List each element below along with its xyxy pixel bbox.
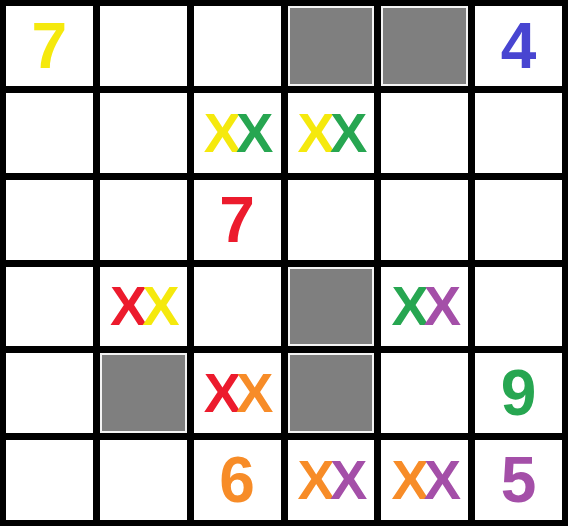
cell-r3c5[interactable] <box>381 180 468 260</box>
double-x-mark: XX <box>298 452 365 508</box>
double-x-mark: XX <box>298 105 365 161</box>
x-mark-first: X <box>110 274 144 337</box>
cell-r2c4[interactable]: XX <box>288 93 375 173</box>
x-mark-second: X <box>236 101 270 164</box>
x-mark-first: X <box>298 101 332 164</box>
cell-r3c2[interactable] <box>100 180 187 260</box>
cell-r1c3[interactable] <box>194 6 281 86</box>
x-mark-second: X <box>236 361 270 424</box>
clue-number: 9 <box>501 361 537 425</box>
cell-r6c5[interactable]: XX <box>381 440 468 520</box>
cell-r5c3[interactable]: XX <box>194 353 281 433</box>
cell-r4c1[interactable] <box>6 267 93 347</box>
cell-r2c5[interactable] <box>381 93 468 173</box>
x-mark-first: X <box>204 361 238 424</box>
cell-r6c2[interactable] <box>100 440 187 520</box>
cell-r1c1: 7 <box>6 6 93 86</box>
clue-number: 5 <box>501 448 537 512</box>
cell-r4c3[interactable] <box>194 267 281 347</box>
cell-r3c3: 7 <box>194 180 281 260</box>
x-mark-first: X <box>391 274 425 337</box>
cell-r2c1[interactable] <box>6 93 93 173</box>
x-mark-second: X <box>142 274 176 337</box>
blocked-cell-r1c5 <box>381 6 468 86</box>
clue-number: 7 <box>32 14 68 78</box>
cell-r6c4[interactable]: XX <box>288 440 375 520</box>
cell-r3c1[interactable] <box>6 180 93 260</box>
x-mark-second: X <box>424 448 458 511</box>
double-x-mark: XX <box>204 105 271 161</box>
cell-r3c4[interactable] <box>288 180 375 260</box>
x-mark-first: X <box>391 448 425 511</box>
cell-r6c6: 5 <box>475 440 562 520</box>
cell-r2c3[interactable]: XX <box>194 93 281 173</box>
cell-r5c5[interactable] <box>381 353 468 433</box>
x-mark-first: X <box>204 101 238 164</box>
cell-r4c5[interactable]: XX <box>381 267 468 347</box>
cell-r5c6: 9 <box>475 353 562 433</box>
double-x-mark: XX <box>391 452 458 508</box>
blocked-cell-r4c4 <box>288 267 375 347</box>
blocked-cell-r5c2 <box>100 353 187 433</box>
puzzle-board: 74XXXX7XXXXXX96XXXX5 <box>0 0 568 526</box>
cell-r3c6[interactable] <box>475 180 562 260</box>
cell-r1c6: 4 <box>475 6 562 86</box>
cell-r2c2[interactable] <box>100 93 187 173</box>
blocked-cell-r5c4 <box>288 353 375 433</box>
double-x-mark: XX <box>110 278 177 334</box>
cell-r1c2[interactable] <box>100 6 187 86</box>
cell-r5c1[interactable] <box>6 353 93 433</box>
cell-r4c2[interactable]: XX <box>100 267 187 347</box>
clue-number: 7 <box>219 188 255 252</box>
cell-r2c6[interactable] <box>475 93 562 173</box>
blocked-cell-r1c4 <box>288 6 375 86</box>
x-mark-second: X <box>330 101 364 164</box>
double-x-mark: XX <box>391 278 458 334</box>
cell-r4c6[interactable] <box>475 267 562 347</box>
clue-number: 4 <box>501 14 537 78</box>
x-mark-first: X <box>298 448 332 511</box>
cell-r6c3: 6 <box>194 440 281 520</box>
clue-number: 6 <box>219 448 255 512</box>
x-mark-second: X <box>424 274 458 337</box>
cell-r6c1[interactable] <box>6 440 93 520</box>
x-mark-second: X <box>330 448 364 511</box>
double-x-mark: XX <box>204 365 271 421</box>
